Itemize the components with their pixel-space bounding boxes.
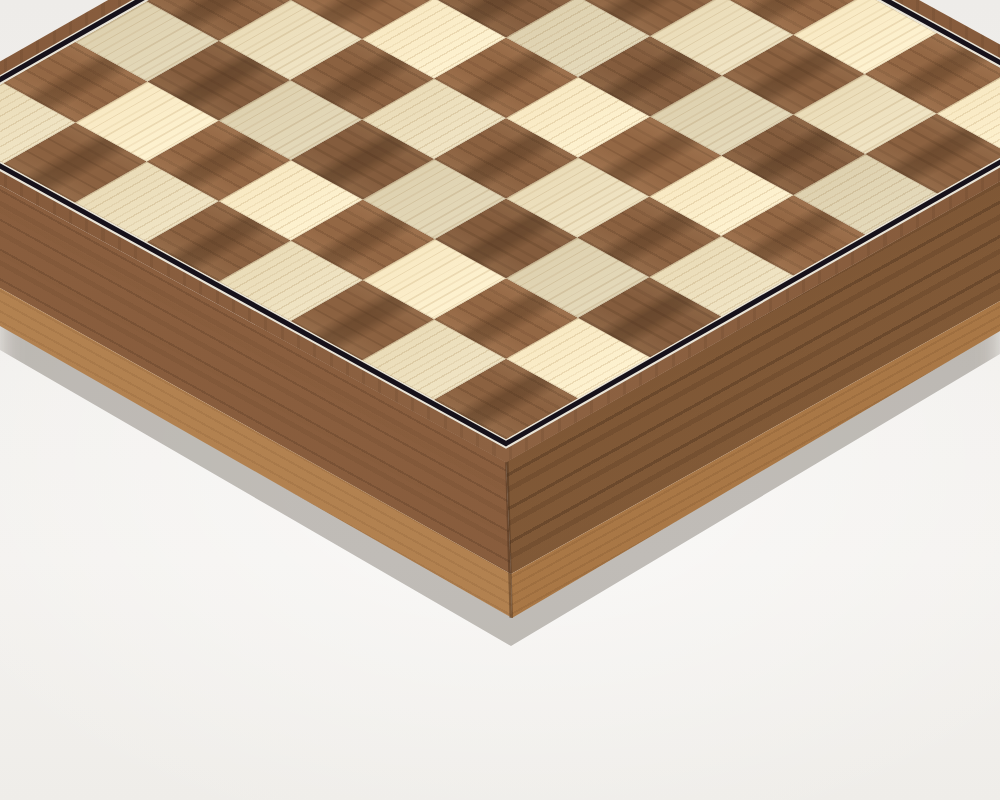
scene xyxy=(0,0,1000,800)
